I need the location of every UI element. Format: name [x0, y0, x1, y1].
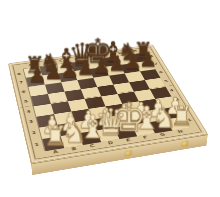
square-a1[interactable]: ♜: [42, 136, 64, 151]
coordinate-label-6: 6: [22, 90, 27, 94]
piece-white-rook[interactable]: ♜: [43, 123, 67, 150]
coordinate-label-2: 2: [32, 131, 37, 135]
chess-set: ABCDEFGH ABCDEFGH 87654321 87654321 ♜♞♝♛…: [8, 44, 208, 163]
square-a7[interactable]: ♟: [26, 76, 45, 87]
piece-black-pawn[interactable]: ♟: [27, 64, 46, 85]
coordinate-label-8: 8: [17, 72, 21, 75]
product-photo: ABCDEFGH ABCDEFGH 87654321 87654321 ♜♞♝♛…: [0, 0, 220, 197]
square-f6[interactable]: [109, 73, 129, 84]
coordinate-label-4: 4: [26, 110, 31, 114]
brass-latch-right: [182, 141, 189, 147]
coordinate-label-3: 3: [29, 120, 34, 124]
brass-latch-left: [125, 150, 132, 156]
